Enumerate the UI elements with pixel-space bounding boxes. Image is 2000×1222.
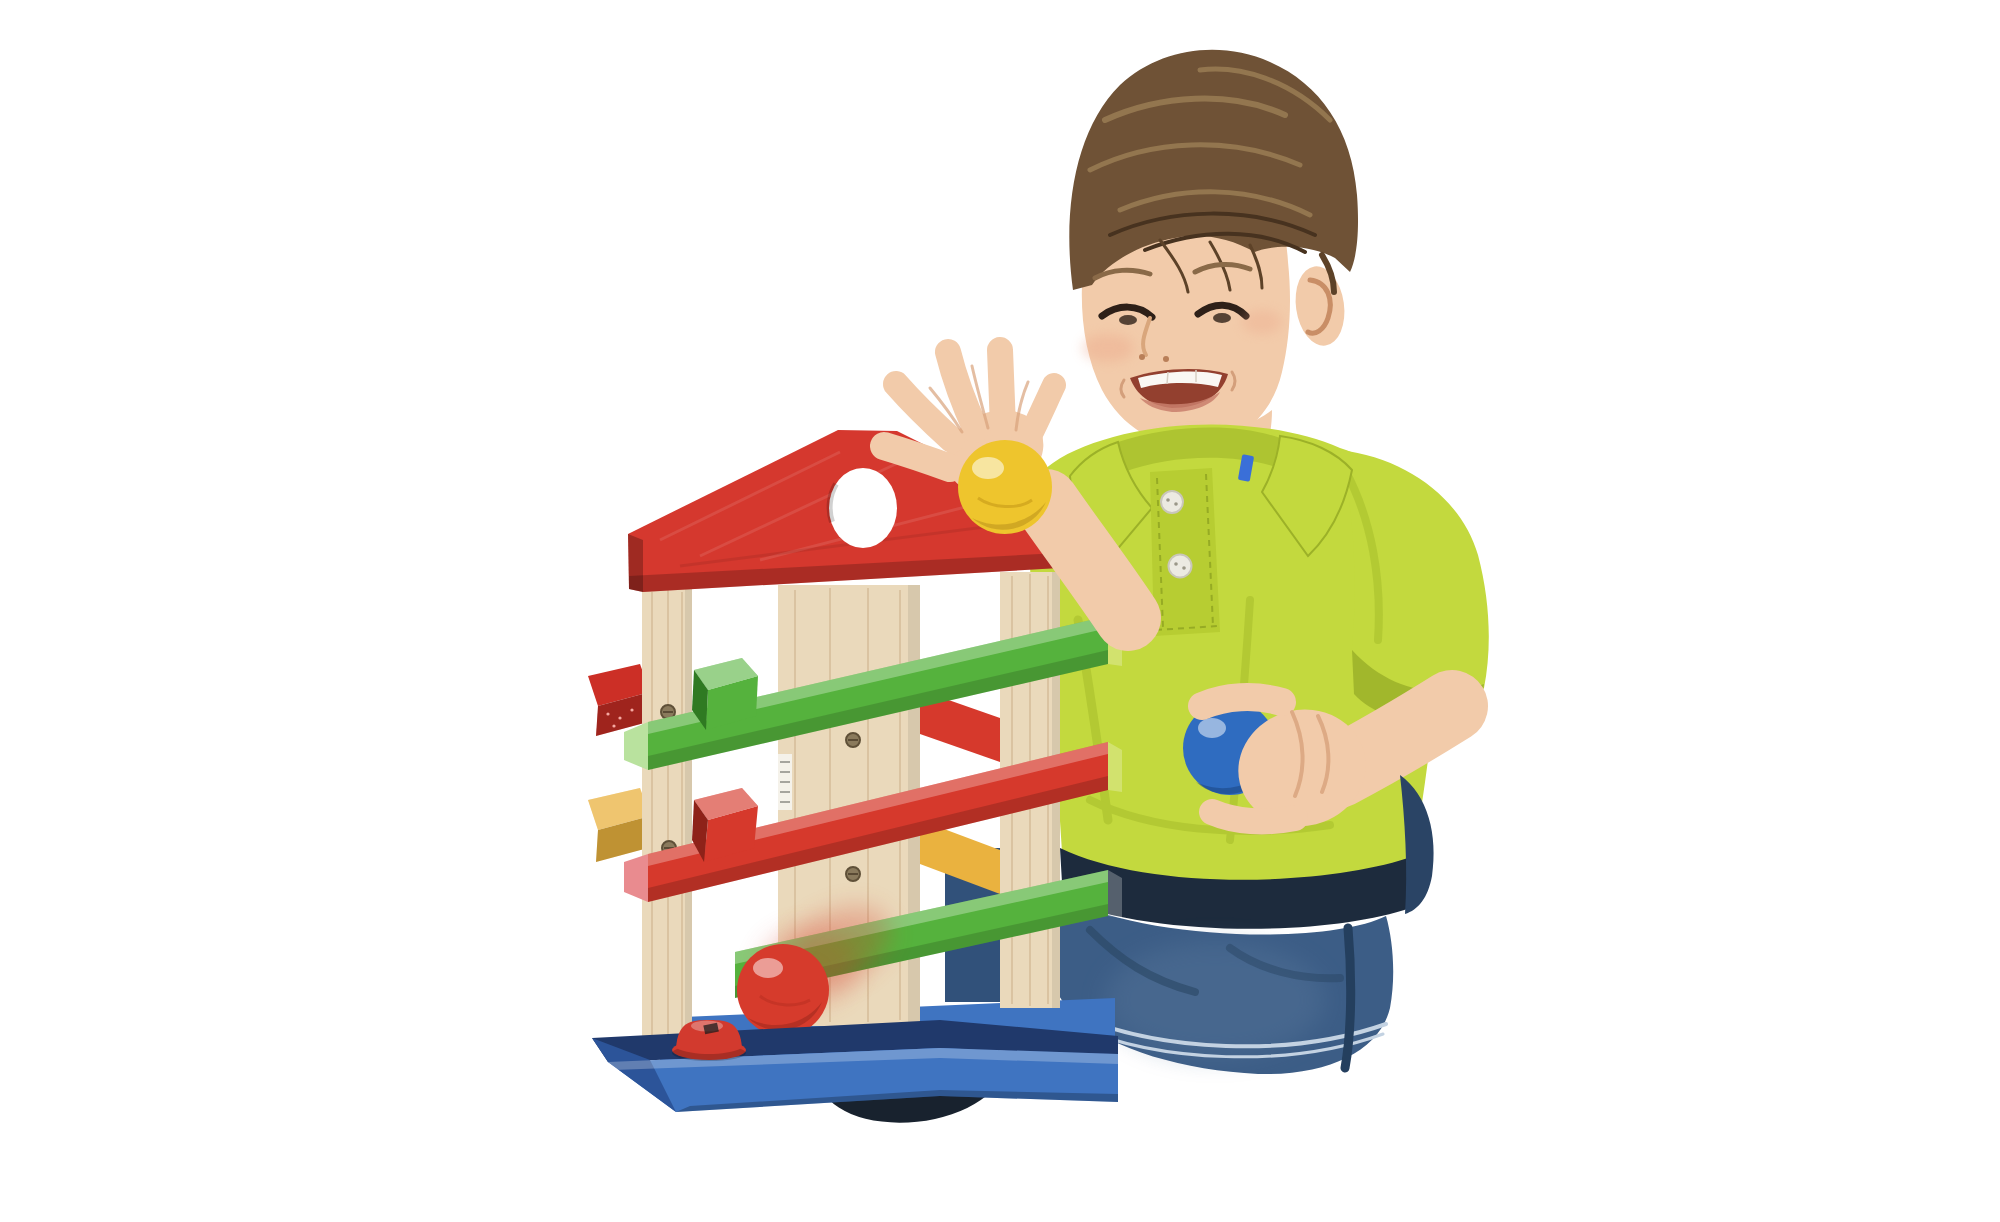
blush-left [1082, 334, 1134, 362]
yellow-end-cap [588, 788, 650, 862]
right-iris [1213, 313, 1231, 323]
shirt-button [1161, 491, 1183, 513]
blush-right [1242, 310, 1282, 334]
left-post [642, 588, 692, 1048]
screw-icon [846, 867, 860, 881]
index-finger [896, 384, 952, 440]
scene [0, 0, 2000, 1222]
roof-hole [829, 468, 897, 548]
nostril [1139, 354, 1145, 360]
left-thumb [1212, 812, 1295, 821]
pinky-finger [1030, 385, 1054, 436]
shirt-button [1169, 555, 1192, 578]
yellow-ball [958, 440, 1052, 534]
blue-ball-highlight [1198, 718, 1226, 738]
knee-highlight [1105, 942, 1325, 1058]
screw-icon [846, 733, 860, 747]
photo-canvas [0, 0, 2000, 1222]
ring-finger [1000, 350, 1003, 428]
left-index-finger [1202, 697, 1282, 706]
boy-head [1069, 50, 1358, 447]
left-iris [1119, 315, 1137, 325]
nostril [1163, 356, 1169, 362]
ear-icon [1291, 263, 1350, 349]
